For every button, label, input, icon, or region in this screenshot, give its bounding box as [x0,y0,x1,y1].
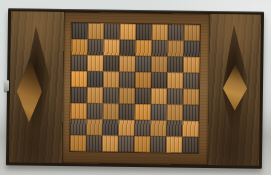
square-b8 [88,23,104,39]
square-g4 [167,88,183,104]
square-f8 [152,24,168,40]
square-e4 [135,88,151,104]
square-h6 [183,57,199,73]
square-f2 [150,120,166,136]
square-b4 [87,87,103,103]
square-b7 [87,39,103,55]
square-d7 [119,40,135,56]
square-b3 [87,103,103,119]
square-e6 [135,56,151,72]
square-d2 [118,120,134,136]
square-b1 [86,135,102,151]
square-h2 [182,121,198,137]
square-g8 [168,24,184,40]
square-e3 [135,104,151,120]
square-d6 [119,56,135,72]
square-g1 [166,136,182,152]
square-g3 [167,104,183,120]
square-c8 [104,24,120,40]
square-a8 [72,23,88,39]
square-a3 [71,103,87,119]
square-f3 [151,104,167,120]
left-walnut-panel [9,11,64,163]
square-d5 [119,72,135,88]
square-f4 [151,88,167,104]
square-c4 [103,88,119,104]
square-h4 [183,89,199,105]
square-c2 [102,120,118,136]
square-d3 [119,104,135,120]
square-h3 [183,105,199,121]
square-e1 [134,136,150,152]
square-d4 [119,88,135,104]
square-g5 [167,72,183,88]
square-g7 [167,40,183,56]
chess-grid [70,23,200,153]
square-b2 [86,119,102,135]
square-g6 [167,56,183,72]
square-e2 [134,120,150,136]
square-e7 [135,40,151,56]
square-a6 [71,55,87,71]
square-c3 [103,104,119,120]
square-f7 [151,40,167,56]
square-h5 [183,73,199,89]
square-h1 [182,137,198,153]
latch-hook-icon [4,80,9,91]
square-b6 [87,55,103,71]
square-a4 [71,87,87,103]
square-g2 [166,120,182,136]
square-f1 [150,136,166,152]
board-frame [62,12,210,165]
photo-background [0,0,271,175]
square-f5 [151,72,167,88]
square-c7 [103,40,119,56]
right-walnut-panel [208,14,261,166]
square-c5 [103,72,119,88]
square-d1 [118,136,134,152]
square-c1 [102,136,118,152]
square-a2 [70,119,86,135]
folding-chessboard [6,8,264,169]
square-e8 [136,24,152,40]
square-c6 [103,56,119,72]
square-a7 [71,39,87,55]
square-d8 [120,24,136,40]
square-a5 [71,71,87,87]
square-b5 [87,71,103,87]
board-surface [9,11,261,165]
square-e5 [135,72,151,88]
square-h7 [183,41,199,57]
square-a1 [70,135,86,151]
square-h8 [184,25,200,41]
square-f6 [151,56,167,72]
